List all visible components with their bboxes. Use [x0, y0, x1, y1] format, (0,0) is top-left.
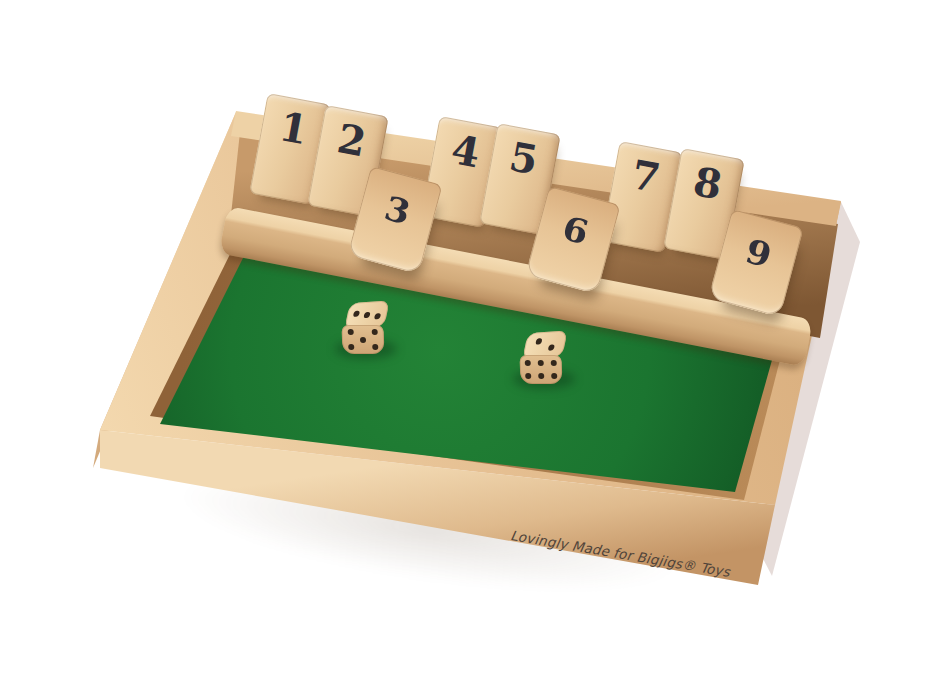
tile-7-number: 7	[619, 154, 663, 250]
shut-the-box-board: 1 2 4 5 7 8 3 6 9 Lovingly Made for Bigj…	[0, 0, 928, 686]
tile-6-number: 6	[550, 211, 592, 285]
die-2[interactable]	[520, 332, 568, 386]
die-2-front-face	[519, 355, 562, 384]
tile-5-number: 5	[497, 136, 541, 232]
tile-1-number: 1	[267, 106, 311, 202]
tile-3-number: 3	[372, 191, 414, 265]
die-1[interactable]	[342, 302, 390, 356]
die-1-front-face	[341, 325, 384, 354]
tile-4-number: 4	[439, 129, 483, 225]
tile-8-number: 8	[681, 161, 725, 257]
tile-9-number: 9	[733, 234, 775, 308]
